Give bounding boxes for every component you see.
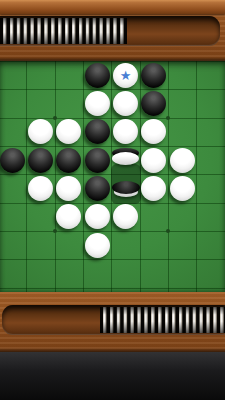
white-disc: [113, 119, 138, 144]
wood-frame-top: [0, 0, 225, 61]
board[interactable]: ★: [0, 61, 225, 292]
white-disc: [85, 233, 110, 258]
white-disc: [28, 119, 53, 144]
flip-disc-white-face: [112, 152, 139, 165]
white-disc: [113, 204, 138, 229]
black-disc: [141, 91, 166, 116]
black-disc: [85, 119, 110, 144]
white-disc: [113, 91, 138, 116]
board-star-point: [53, 229, 57, 233]
white-disc-last-move: ★: [113, 63, 138, 88]
bottom-toolbar: 14: [0, 352, 225, 400]
black-disc: [141, 63, 166, 88]
white-disc: [141, 176, 166, 201]
top-disc-tray: [0, 16, 220, 46]
black-disc: [85, 176, 110, 201]
reversi-app-screen: ★ 14: [0, 0, 225, 400]
white-disc: [141, 119, 166, 144]
bottom-tray-discs-edge-on: [100, 307, 225, 333]
last-move-star-icon: ★: [120, 68, 132, 81]
white-disc: [56, 176, 81, 201]
disc-flipping-white-side: [112, 148, 140, 166]
board-star-point: [166, 116, 170, 120]
white-disc: [56, 119, 81, 144]
white-disc: [170, 176, 195, 201]
white-disc: [56, 204, 81, 229]
disc-flipping-black-side: [112, 181, 140, 199]
white-disc: [170, 148, 195, 173]
flip-disc-black-face: [112, 181, 140, 194]
board-star-point: [166, 229, 170, 233]
white-disc: [141, 148, 166, 173]
black-disc: [85, 63, 110, 88]
white-disc: [85, 91, 110, 116]
black-disc: [56, 148, 81, 173]
board-star-point: [53, 116, 57, 120]
black-disc: [0, 148, 25, 173]
bottom-disc-tray: [2, 305, 225, 335]
wood-frame-bottom: [0, 292, 225, 352]
wood-plank-top: [0, 0, 225, 14]
black-disc: [28, 148, 53, 173]
top-tray-discs-edge-on: [0, 18, 127, 44]
white-disc: [28, 176, 53, 201]
black-disc: [85, 148, 110, 173]
white-disc: [85, 204, 110, 229]
